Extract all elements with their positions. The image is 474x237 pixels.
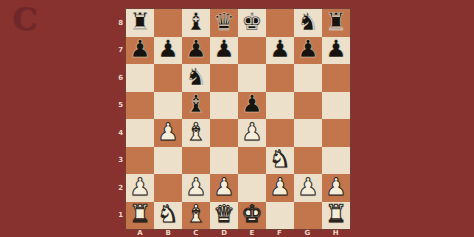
white-bishop: ♝ [185,120,207,144]
chess-diagram: C 87654321 ♜♝♛♚♞♜♟♟♟♟♟♟♟♞♝♟♟♝♟♞♟♟♟♟♟♟♜♞♝… [0,0,474,237]
black-pawn: ♟ [185,37,207,61]
square-d6[interactable] [210,64,238,92]
rank-label-2: 2 [110,174,123,202]
black-pawn: ♟ [213,37,235,61]
square-c1[interactable]: ♝ [182,202,210,230]
square-h5[interactable] [322,92,350,120]
square-f1[interactable] [266,202,294,230]
square-b1[interactable]: ♞ [154,202,182,230]
square-a5[interactable] [126,92,154,120]
square-h2[interactable]: ♟ [322,174,350,202]
square-f3[interactable]: ♞ [266,147,294,175]
square-g1[interactable] [294,202,322,230]
square-e2[interactable] [238,174,266,202]
black-pawn: ♟ [325,37,347,61]
rank-label-5: 5 [110,92,123,120]
square-a3[interactable] [126,147,154,175]
white-bishop: ♝ [185,202,207,226]
square-g8[interactable]: ♞ [294,9,322,37]
square-c5[interactable]: ♝ [182,92,210,120]
square-f4[interactable] [266,119,294,147]
square-b3[interactable] [154,147,182,175]
black-knight: ♞ [297,10,319,34]
square-b2[interactable] [154,174,182,202]
square-e3[interactable] [238,147,266,175]
white-queen: ♛ [213,202,235,226]
black-pawn: ♟ [157,37,179,61]
square-c4[interactable]: ♝ [182,119,210,147]
square-c8[interactable]: ♝ [182,9,210,37]
chess-board: ♜♝♛♚♞♜♟♟♟♟♟♟♟♞♝♟♟♝♟♞♟♟♟♟♟♟♜♞♝♛♚♜ [126,9,350,229]
rank-label-7: 7 [110,37,123,65]
square-g3[interactable] [294,147,322,175]
square-h6[interactable] [322,64,350,92]
rank-label-3: 3 [110,147,123,175]
white-pawn: ♟ [269,175,291,199]
square-f6[interactable] [266,64,294,92]
file-labels: ABCDEFGH [126,228,350,237]
square-a7[interactable]: ♟ [126,37,154,65]
square-g2[interactable]: ♟ [294,174,322,202]
file-label-d: D [210,228,238,237]
square-h8[interactable]: ♜ [322,9,350,37]
file-label-h: H [322,228,351,237]
white-pawn: ♟ [157,120,179,144]
square-e4[interactable]: ♟ [238,119,266,147]
square-d1[interactable]: ♛ [210,202,238,230]
file-label-g: G [293,228,321,237]
square-b8[interactable] [154,9,182,37]
square-a8[interactable]: ♜ [126,9,154,37]
square-d4[interactable] [210,119,238,147]
rank-label-1: 1 [110,202,123,230]
square-b5[interactable] [154,92,182,120]
white-pawn: ♟ [213,175,235,199]
square-c6[interactable]: ♞ [182,64,210,92]
square-d8[interactable]: ♛ [210,9,238,37]
square-c2[interactable]: ♟ [182,174,210,202]
square-e8[interactable]: ♚ [238,9,266,37]
rank-label-6: 6 [110,64,123,92]
white-knight: ♞ [269,147,291,171]
square-a2[interactable]: ♟ [126,174,154,202]
square-f2[interactable]: ♟ [266,174,294,202]
black-pawn: ♟ [297,37,319,61]
square-f5[interactable] [266,92,294,120]
file-label-b: B [154,228,182,237]
square-e1[interactable]: ♚ [238,202,266,230]
white-knight: ♞ [157,202,179,226]
square-d5[interactable] [210,92,238,120]
square-a4[interactable] [126,119,154,147]
square-c3[interactable] [182,147,210,175]
square-f7[interactable]: ♟ [266,37,294,65]
white-rook: ♜ [129,202,151,226]
black-queen: ♛ [213,10,235,34]
square-b4[interactable]: ♟ [154,119,182,147]
square-e5[interactable]: ♟ [238,92,266,120]
square-g6[interactable] [294,64,322,92]
white-pawn: ♟ [325,175,347,199]
square-e7[interactable] [238,37,266,65]
square-h3[interactable] [322,147,350,175]
square-g4[interactable] [294,119,322,147]
rank-label-4: 4 [110,119,123,147]
square-a6[interactable] [126,64,154,92]
file-label-f: F [266,228,293,237]
white-pawn: ♟ [185,175,207,199]
white-pawn: ♟ [129,175,151,199]
square-f8[interactable] [266,9,294,37]
black-rook: ♜ [129,10,151,34]
file-label-c: C [182,228,210,237]
rank-label-8: 8 [110,9,123,37]
square-b7[interactable]: ♟ [154,37,182,65]
square-b6[interactable] [154,64,182,92]
file-label-e: E [238,228,265,237]
square-g7[interactable]: ♟ [294,37,322,65]
square-d7[interactable]: ♟ [210,37,238,65]
white-pawn: ♟ [241,120,263,144]
square-g5[interactable] [294,92,322,120]
black-bishop: ♝ [185,10,207,34]
black-knight: ♞ [185,65,207,89]
white-rook: ♜ [325,202,347,226]
square-c7[interactable]: ♟ [182,37,210,65]
black-king: ♚ [241,10,263,34]
file-label-a: A [126,228,154,237]
newspaper-logo: C [12,2,37,36]
black-rook: ♜ [325,10,347,34]
square-a1[interactable]: ♜ [126,202,154,230]
square-d2[interactable]: ♟ [210,174,238,202]
square-h7[interactable]: ♟ [322,37,350,65]
rank-labels: 87654321 [110,9,123,229]
square-h1[interactable]: ♜ [322,202,350,230]
black-pawn: ♟ [129,37,151,61]
square-d3[interactable] [210,147,238,175]
white-king: ♚ [241,202,263,226]
black-pawn: ♟ [269,37,291,61]
white-pawn: ♟ [297,175,319,199]
black-bishop: ♝ [185,92,207,116]
black-pawn: ♟ [241,92,263,116]
square-h4[interactable] [322,119,350,147]
square-e6[interactable] [238,64,266,92]
